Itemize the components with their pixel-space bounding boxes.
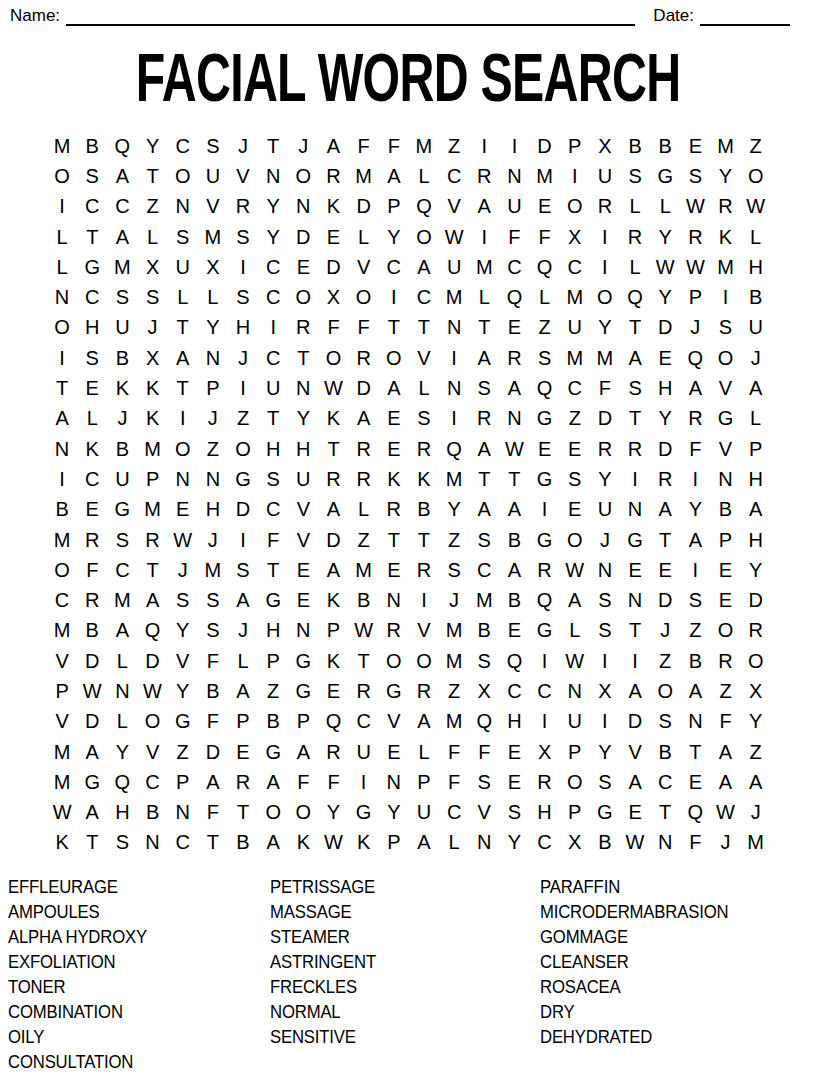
grid-cell[interactable]: W xyxy=(137,676,167,706)
grid-cell[interactable]: F xyxy=(439,737,469,767)
grid-cell[interactable]: F xyxy=(710,707,740,737)
grid-cell[interactable]: A xyxy=(499,555,529,585)
grid-cell[interactable]: R xyxy=(349,434,379,464)
grid-cell[interactable]: K xyxy=(318,585,348,615)
grid-cell[interactable]: M xyxy=(560,282,590,312)
grid-cell[interactable]: K xyxy=(77,434,107,464)
grid-cell[interactable]: A xyxy=(680,373,710,403)
grid-cell[interactable]: D xyxy=(650,313,680,343)
grid-cell[interactable]: S xyxy=(107,828,137,858)
grid-cell[interactable]: P xyxy=(47,676,77,706)
grid-cell[interactable]: L xyxy=(409,161,439,191)
grid-cell[interactable]: T xyxy=(349,646,379,676)
grid-cell[interactable]: C xyxy=(258,495,288,525)
grid-cell[interactable]: B xyxy=(77,131,107,161)
grid-cell[interactable]: X xyxy=(741,676,771,706)
grid-cell[interactable]: R xyxy=(77,585,107,615)
grid-cell[interactable]: M xyxy=(47,737,77,767)
grid-cell[interactable]: E xyxy=(650,555,680,585)
grid-cell[interactable]: H xyxy=(258,616,288,646)
grid-cell[interactable]: A xyxy=(469,495,499,525)
grid-cell[interactable]: W xyxy=(710,798,740,828)
grid-cell[interactable]: B xyxy=(198,676,228,706)
grid-cell[interactable]: I xyxy=(228,373,258,403)
grid-cell[interactable]: I xyxy=(439,343,469,373)
grid-cell[interactable]: M xyxy=(47,616,77,646)
grid-cell[interactable]: J xyxy=(228,343,258,373)
grid-cell[interactable]: S xyxy=(168,222,198,252)
grid-cell[interactable]: M xyxy=(137,495,167,525)
grid-cell[interactable]: R xyxy=(318,161,348,191)
grid-cell[interactable]: V xyxy=(47,646,77,676)
grid-cell[interactable]: F xyxy=(318,767,348,797)
grid-cell[interactable]: Q xyxy=(469,707,499,737)
grid-cell[interactable]: E xyxy=(288,555,318,585)
grid-cell[interactable]: W xyxy=(349,616,379,646)
grid-cell[interactable]: E xyxy=(530,434,560,464)
grid-cell[interactable]: B xyxy=(620,131,650,161)
grid-cell[interactable]: W xyxy=(650,252,680,282)
grid-cell[interactable]: P xyxy=(318,616,348,646)
grid-cell[interactable]: I xyxy=(47,192,77,222)
grid-cell[interactable]: C xyxy=(530,676,560,706)
grid-cell[interactable]: H xyxy=(741,525,771,555)
grid-cell[interactable]: S xyxy=(258,464,288,494)
grid-cell[interactable]: P xyxy=(379,192,409,222)
grid-cell[interactable]: S xyxy=(409,404,439,434)
grid-cell[interactable]: L xyxy=(620,252,650,282)
grid-cell[interactable]: R xyxy=(710,192,740,222)
grid-cell[interactable]: Y xyxy=(741,707,771,737)
grid-cell[interactable]: Y xyxy=(107,737,137,767)
grid-cell[interactable]: R xyxy=(590,434,620,464)
grid-cell[interactable]: R xyxy=(469,404,499,434)
grid-cell[interactable]: H xyxy=(228,313,258,343)
grid-cell[interactable]: S xyxy=(499,798,529,828)
grid-cell[interactable]: J xyxy=(228,131,258,161)
grid-cell[interactable]: U xyxy=(590,161,620,191)
grid-cell[interactable]: H xyxy=(288,434,318,464)
grid-cell[interactable]: R xyxy=(409,676,439,706)
grid-cell[interactable]: A xyxy=(198,767,228,797)
grid-cell[interactable]: C xyxy=(349,707,379,737)
grid-cell[interactable]: I xyxy=(258,313,288,343)
grid-cell[interactable]: M xyxy=(741,828,771,858)
grid-cell[interactable]: I xyxy=(439,404,469,434)
grid-cell[interactable]: G xyxy=(620,525,650,555)
grid-cell[interactable]: O xyxy=(288,282,318,312)
grid-cell[interactable]: R xyxy=(530,767,560,797)
grid-cell[interactable]: Y xyxy=(710,161,740,191)
grid-cell[interactable]: P xyxy=(560,131,590,161)
grid-cell[interactable]: F xyxy=(288,767,318,797)
grid-cell[interactable]: T xyxy=(168,313,198,343)
grid-cell[interactable]: Y xyxy=(590,464,620,494)
grid-cell[interactable]: I xyxy=(680,464,710,494)
grid-cell[interactable]: D xyxy=(318,252,348,282)
grid-cell[interactable]: P xyxy=(560,737,590,767)
grid-cell[interactable]: M xyxy=(560,343,590,373)
grid-cell[interactable]: Z xyxy=(710,676,740,706)
grid-cell[interactable]: M xyxy=(710,252,740,282)
grid-cell[interactable]: F xyxy=(499,222,529,252)
grid-cell[interactable]: T xyxy=(318,434,348,464)
grid-cell[interactable]: T xyxy=(409,313,439,343)
grid-cell[interactable]: S xyxy=(107,282,137,312)
grid-cell[interactable]: H xyxy=(741,252,771,282)
grid-cell[interactable]: A xyxy=(499,373,529,403)
grid-cell[interactable]: D xyxy=(650,434,680,464)
grid-cell[interactable]: J xyxy=(107,404,137,434)
grid-cell[interactable]: B xyxy=(409,495,439,525)
grid-cell[interactable]: A xyxy=(318,131,348,161)
grid-cell[interactable]: O xyxy=(650,676,680,706)
grid-cell[interactable]: A xyxy=(710,737,740,767)
grid-cell[interactable]: Y xyxy=(590,737,620,767)
grid-cell[interactable]: F xyxy=(318,313,348,343)
grid-cell[interactable]: O xyxy=(409,646,439,676)
grid-cell[interactable]: Z xyxy=(439,676,469,706)
grid-cell[interactable]: P xyxy=(680,282,710,312)
grid-cell[interactable]: C xyxy=(258,252,288,282)
grid-cell[interactable]: I xyxy=(499,131,529,161)
grid-cell[interactable]: L xyxy=(107,646,137,676)
grid-cell[interactable]: S xyxy=(198,585,228,615)
grid-cell[interactable]: J xyxy=(680,313,710,343)
grid-cell[interactable]: O xyxy=(379,646,409,676)
grid-cell[interactable]: I xyxy=(349,767,379,797)
grid-cell[interactable]: B xyxy=(137,798,167,828)
grid-cell[interactable]: Z xyxy=(439,525,469,555)
grid-cell[interactable]: N xyxy=(198,464,228,494)
grid-cell[interactable]: R xyxy=(530,555,560,585)
grid-cell[interactable]: D xyxy=(620,707,650,737)
grid-cell[interactable]: N xyxy=(439,373,469,403)
grid-cell[interactable]: Z xyxy=(198,434,228,464)
grid-cell[interactable]: C xyxy=(530,828,560,858)
grid-cell[interactable]: T xyxy=(258,404,288,434)
grid-cell[interactable]: E xyxy=(530,192,560,222)
grid-cell[interactable]: T xyxy=(379,525,409,555)
grid-cell[interactable]: A xyxy=(680,676,710,706)
grid-cell[interactable]: N xyxy=(47,434,77,464)
grid-cell[interactable]: E xyxy=(379,555,409,585)
grid-cell[interactable]: E xyxy=(620,555,650,585)
grid-cell[interactable]: L xyxy=(47,252,77,282)
grid-cell[interactable]: E xyxy=(77,373,107,403)
grid-cell[interactable]: L xyxy=(469,282,499,312)
grid-cell[interactable]: R xyxy=(710,646,740,676)
grid-cell[interactable]: B xyxy=(47,495,77,525)
grid-cell[interactable]: E xyxy=(379,404,409,434)
grid-cell[interactable]: U xyxy=(741,313,771,343)
grid-cell[interactable]: Z xyxy=(168,737,198,767)
grid-cell[interactable]: S xyxy=(469,373,499,403)
grid-cell[interactable]: L xyxy=(349,495,379,525)
grid-cell[interactable]: S xyxy=(228,222,258,252)
grid-cell[interactable]: R xyxy=(77,525,107,555)
grid-cell[interactable]: V xyxy=(288,495,318,525)
grid-cell[interactable]: L xyxy=(168,282,198,312)
grid-cell[interactable]: N xyxy=(620,495,650,525)
grid-cell[interactable]: Y xyxy=(379,222,409,252)
grid-cell[interactable]: C xyxy=(258,343,288,373)
grid-cell[interactable]: A xyxy=(409,828,439,858)
grid-cell[interactable]: C xyxy=(499,252,529,282)
grid-cell[interactable]: V xyxy=(710,373,740,403)
grid-cell[interactable]: V xyxy=(228,161,258,191)
grid-cell[interactable]: M xyxy=(439,464,469,494)
grid-cell[interactable]: L xyxy=(47,222,77,252)
grid-cell[interactable]: E xyxy=(680,131,710,161)
grid-cell[interactable]: E xyxy=(620,798,650,828)
grid-cell[interactable]: A xyxy=(318,495,348,525)
grid-cell[interactable]: R xyxy=(228,767,258,797)
grid-cell[interactable]: T xyxy=(198,828,228,858)
grid-cell[interactable]: K xyxy=(47,828,77,858)
grid-cell[interactable]: D xyxy=(650,585,680,615)
grid-cell[interactable]: A xyxy=(409,252,439,282)
grid-cell[interactable]: A xyxy=(620,676,650,706)
grid-cell[interactable]: I xyxy=(560,161,590,191)
grid-cell[interactable]: V xyxy=(620,737,650,767)
grid-cell[interactable]: G xyxy=(107,495,137,525)
grid-cell[interactable]: A xyxy=(499,495,529,525)
grid-cell[interactable]: E xyxy=(318,676,348,706)
grid-cell[interactable]: S xyxy=(198,131,228,161)
grid-cell[interactable]: S xyxy=(469,767,499,797)
grid-cell[interactable]: C xyxy=(137,767,167,797)
grid-cell[interactable]: R xyxy=(620,434,650,464)
grid-cell[interactable]: G xyxy=(590,798,620,828)
grid-cell[interactable]: F xyxy=(530,222,560,252)
grid-cell[interactable]: R xyxy=(349,464,379,494)
grid-cell[interactable]: S xyxy=(680,585,710,615)
grid-cell[interactable]: Z xyxy=(560,404,590,434)
grid-cell[interactable]: W xyxy=(680,192,710,222)
grid-cell[interactable]: M xyxy=(409,131,439,161)
grid-cell[interactable]: R xyxy=(680,222,710,252)
grid-cell[interactable]: I xyxy=(47,343,77,373)
grid-cell[interactable]: I xyxy=(620,464,650,494)
grid-cell[interactable]: S xyxy=(530,343,560,373)
grid-cell[interactable]: U xyxy=(439,252,469,282)
grid-cell[interactable]: A xyxy=(469,434,499,464)
grid-cell[interactable]: G xyxy=(530,616,560,646)
grid-cell[interactable]: Q xyxy=(439,434,469,464)
grid-cell[interactable]: U xyxy=(288,464,318,494)
grid-cell[interactable]: F xyxy=(590,373,620,403)
grid-cell[interactable]: Q xyxy=(530,585,560,615)
grid-cell[interactable]: A xyxy=(469,343,499,373)
grid-cell[interactable]: Q xyxy=(680,343,710,373)
grid-cell[interactable]: F xyxy=(198,646,228,676)
grid-cell[interactable]: N xyxy=(379,585,409,615)
grid-cell[interactable]: U xyxy=(168,252,198,282)
grid-cell[interactable]: S xyxy=(107,525,137,555)
grid-cell[interactable]: U xyxy=(590,495,620,525)
grid-cell[interactable]: M xyxy=(469,252,499,282)
grid-cell[interactable]: K xyxy=(107,373,137,403)
grid-cell[interactable]: T xyxy=(620,313,650,343)
grid-cell[interactable]: E xyxy=(499,737,529,767)
grid-cell[interactable]: O xyxy=(560,767,590,797)
grid-cell[interactable]: S xyxy=(620,161,650,191)
grid-cell[interactable]: O xyxy=(379,343,409,373)
grid-cell[interactable]: M xyxy=(198,222,228,252)
grid-cell[interactable]: Z xyxy=(137,192,167,222)
grid-cell[interactable]: T xyxy=(620,616,650,646)
grid-cell[interactable]: A xyxy=(318,555,348,585)
grid-cell[interactable]: L xyxy=(530,282,560,312)
grid-cell[interactable]: S xyxy=(228,555,258,585)
grid-cell[interactable]: Q xyxy=(530,373,560,403)
grid-cell[interactable]: L xyxy=(349,222,379,252)
grid-cell[interactable]: W xyxy=(620,828,650,858)
grid-cell[interactable]: J xyxy=(288,131,318,161)
grid-cell[interactable]: Y xyxy=(168,616,198,646)
grid-cell[interactable]: G xyxy=(228,464,258,494)
grid-cell[interactable]: S xyxy=(168,585,198,615)
grid-cell[interactable]: F xyxy=(258,525,288,555)
grid-cell[interactable]: M xyxy=(439,616,469,646)
grid-cell[interactable]: Y xyxy=(741,555,771,585)
grid-cell[interactable]: H xyxy=(499,707,529,737)
grid-cell[interactable]: Z xyxy=(680,616,710,646)
grid-cell[interactable]: V xyxy=(409,616,439,646)
grid-cell[interactable]: E xyxy=(318,222,348,252)
grid-cell[interactable]: Y xyxy=(318,798,348,828)
grid-cell[interactable]: O xyxy=(168,434,198,464)
grid-cell[interactable]: G xyxy=(530,525,560,555)
grid-cell[interactable]: D xyxy=(137,646,167,676)
grid-cell[interactable]: K xyxy=(288,828,318,858)
grid-cell[interactable]: O xyxy=(741,161,771,191)
grid-cell[interactable]: Q xyxy=(409,192,439,222)
grid-cell[interactable]: T xyxy=(137,555,167,585)
grid-cell[interactable]: A xyxy=(741,495,771,525)
grid-cell[interactable]: D xyxy=(590,404,620,434)
grid-cell[interactable]: D xyxy=(77,707,107,737)
grid-cell[interactable]: I xyxy=(590,222,620,252)
grid-cell[interactable]: R xyxy=(379,495,409,525)
grid-cell[interactable]: L xyxy=(650,192,680,222)
grid-cell[interactable]: R xyxy=(409,434,439,464)
grid-cell[interactable]: C xyxy=(77,282,107,312)
grid-cell[interactable]: M xyxy=(47,767,77,797)
grid-cell[interactable]: P xyxy=(198,373,228,403)
grid-cell[interactable]: T xyxy=(680,737,710,767)
grid-cell[interactable]: C xyxy=(258,282,288,312)
grid-cell[interactable]: U xyxy=(499,192,529,222)
grid-cell[interactable]: N xyxy=(168,192,198,222)
grid-cell[interactable]: T xyxy=(469,313,499,343)
grid-cell[interactable]: P xyxy=(560,798,590,828)
grid-cell[interactable]: E xyxy=(499,767,529,797)
grid-cell[interactable]: R xyxy=(409,555,439,585)
grid-cell[interactable]: I xyxy=(530,646,560,676)
grid-cell[interactable]: I xyxy=(680,555,710,585)
grid-cell[interactable]: N xyxy=(107,676,137,706)
grid-cell[interactable]: V xyxy=(710,434,740,464)
grid-cell[interactable]: T xyxy=(288,343,318,373)
grid-cell[interactable]: A xyxy=(107,616,137,646)
grid-cell[interactable]: P xyxy=(258,646,288,676)
grid-cell[interactable]: P xyxy=(379,828,409,858)
grid-cell[interactable]: K xyxy=(349,828,379,858)
grid-cell[interactable]: R xyxy=(349,676,379,706)
grid-cell[interactable]: Z xyxy=(349,525,379,555)
grid-cell[interactable]: L xyxy=(620,192,650,222)
grid-cell[interactable]: S xyxy=(650,707,680,737)
grid-cell[interactable]: G xyxy=(349,798,379,828)
grid-cell[interactable]: N xyxy=(288,616,318,646)
grid-cell[interactable]: V xyxy=(349,252,379,282)
grid-cell[interactable]: T xyxy=(499,464,529,494)
grid-cell[interactable]: R xyxy=(318,464,348,494)
grid-cell[interactable]: N xyxy=(680,707,710,737)
grid-cell[interactable]: M xyxy=(439,707,469,737)
grid-cell[interactable]: V xyxy=(168,646,198,676)
grid-cell[interactable]: C xyxy=(107,555,137,585)
grid-cell[interactable]: L xyxy=(741,404,771,434)
grid-cell[interactable]: P xyxy=(409,767,439,797)
grid-cell[interactable]: W xyxy=(439,222,469,252)
grid-cell[interactable]: I xyxy=(590,646,620,676)
grid-cell[interactable]: P xyxy=(168,767,198,797)
grid-cell[interactable]: E xyxy=(77,495,107,525)
grid-cell[interactable]: Y xyxy=(198,313,228,343)
grid-cell[interactable]: G xyxy=(710,404,740,434)
grid-cell[interactable]: D xyxy=(741,585,771,615)
grid-cell[interactable]: C xyxy=(47,585,77,615)
grid-cell[interactable]: O xyxy=(409,222,439,252)
grid-cell[interactable]: C xyxy=(439,798,469,828)
grid-cell[interactable]: T xyxy=(47,373,77,403)
grid-cell[interactable]: I xyxy=(710,282,740,312)
grid-cell[interactable]: F xyxy=(469,737,499,767)
grid-cell[interactable]: J xyxy=(439,585,469,615)
grid-cell[interactable]: H xyxy=(77,313,107,343)
grid-cell[interactable]: B xyxy=(77,616,107,646)
grid-cell[interactable]: L xyxy=(198,282,228,312)
grid-cell[interactable]: A xyxy=(77,798,107,828)
grid-cell[interactable]: F xyxy=(77,555,107,585)
grid-cell[interactable]: X xyxy=(318,282,348,312)
grid-cell[interactable]: W xyxy=(168,525,198,555)
grid-cell[interactable]: I xyxy=(469,222,499,252)
grid-cell[interactable]: X xyxy=(137,343,167,373)
grid-cell[interactable]: Y xyxy=(288,404,318,434)
grid-cell[interactable]: P xyxy=(288,707,318,737)
grid-cell[interactable]: X xyxy=(560,828,590,858)
grid-cell[interactable]: X xyxy=(560,222,590,252)
grid-cell[interactable]: Y xyxy=(680,495,710,525)
grid-cell[interactable]: N xyxy=(710,464,740,494)
grid-cell[interactable]: F xyxy=(680,828,710,858)
grid-cell[interactable]: Q xyxy=(107,131,137,161)
grid-cell[interactable]: A xyxy=(228,585,258,615)
grid-cell[interactable]: R xyxy=(590,192,620,222)
grid-cell[interactable]: B xyxy=(650,737,680,767)
grid-cell[interactable]: Y xyxy=(650,222,680,252)
grid-cell[interactable]: F xyxy=(379,131,409,161)
grid-cell[interactable]: O xyxy=(318,343,348,373)
grid-cell[interactable]: M xyxy=(137,434,167,464)
grid-cell[interactable]: A xyxy=(47,404,77,434)
grid-cell[interactable]: T xyxy=(379,313,409,343)
grid-cell[interactable]: W xyxy=(560,555,590,585)
